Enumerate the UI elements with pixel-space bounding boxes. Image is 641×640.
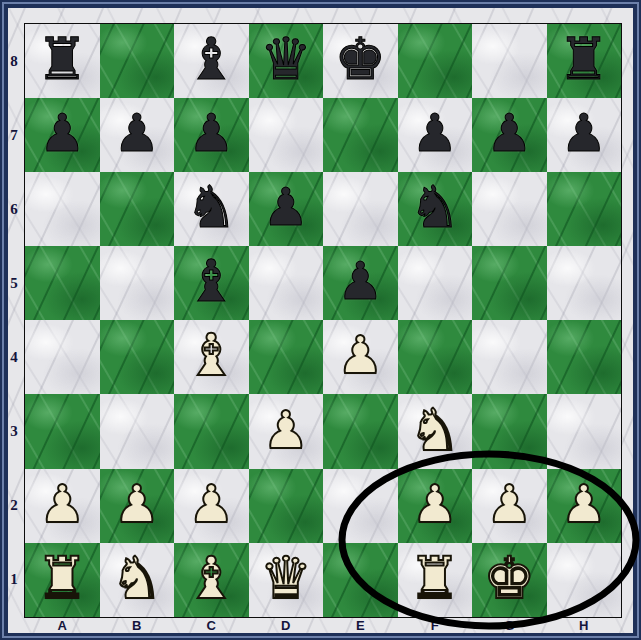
file-label-e: E xyxy=(323,616,398,635)
rank-label-8: 8 xyxy=(5,24,23,98)
square-a1[interactable]: ♜ xyxy=(25,543,100,617)
square-d7[interactable] xyxy=(249,98,324,172)
piece-black-pawn: ♟ xyxy=(188,107,235,159)
square-g4[interactable] xyxy=(472,320,547,394)
piece-black-pawn: ♟ xyxy=(411,107,458,159)
file-label-g: G xyxy=(472,616,547,635)
piece-black-knight: ♞ xyxy=(409,178,461,236)
square-f8[interactable] xyxy=(398,24,473,98)
square-h8[interactable]: ♜ xyxy=(547,24,622,98)
chess-board: ♜♝♛♚♜♟♟♟♟♟♟♞♟♞♝♟♝♟♟♞♟♟♟♟♟♟♜♞♝♛♜♚ xyxy=(24,23,622,618)
square-a8[interactable]: ♜ xyxy=(25,24,100,98)
piece-white-bishop: ♝ xyxy=(185,549,237,607)
square-e1[interactable] xyxy=(323,543,398,617)
piece-white-pawn: ♟ xyxy=(113,478,160,530)
file-label-b: B xyxy=(100,616,175,635)
piece-black-pawn: ♟ xyxy=(337,255,384,307)
rank-label-2: 2 xyxy=(5,469,23,543)
piece-black-bishop: ♝ xyxy=(185,30,237,88)
piece-black-knight: ♞ xyxy=(185,178,237,236)
square-f7[interactable]: ♟ xyxy=(398,98,473,172)
rank-label-6: 6 xyxy=(5,172,23,246)
square-c5[interactable]: ♝ xyxy=(174,246,249,320)
square-d4[interactable] xyxy=(249,320,324,394)
piece-black-bishop: ♝ xyxy=(185,252,237,310)
piece-white-king: ♚ xyxy=(483,549,535,607)
square-h5[interactable] xyxy=(547,246,622,320)
square-g1[interactable]: ♚ xyxy=(472,543,547,617)
rank-label-1: 1 xyxy=(5,543,23,617)
square-c1[interactable]: ♝ xyxy=(174,543,249,617)
file-label-a: A xyxy=(25,616,100,635)
square-a7[interactable]: ♟ xyxy=(25,98,100,172)
piece-black-pawn: ♟ xyxy=(39,107,86,159)
square-b5[interactable] xyxy=(100,246,175,320)
file-labels: ABCDEFGH xyxy=(25,616,621,635)
piece-white-pawn: ♟ xyxy=(262,404,309,456)
square-e6[interactable] xyxy=(323,172,398,246)
piece-white-pawn: ♟ xyxy=(188,478,235,530)
square-e5[interactable]: ♟ xyxy=(323,246,398,320)
rank-label-5: 5 xyxy=(5,246,23,320)
square-g8[interactable] xyxy=(472,24,547,98)
square-c6[interactable]: ♞ xyxy=(174,172,249,246)
square-e2[interactable] xyxy=(323,469,398,543)
square-c7[interactable]: ♟ xyxy=(174,98,249,172)
file-label-f: F xyxy=(398,616,473,635)
piece-white-rook: ♜ xyxy=(36,549,88,607)
square-e8[interactable]: ♚ xyxy=(323,24,398,98)
square-f1[interactable]: ♜ xyxy=(398,543,473,617)
square-g5[interactable] xyxy=(472,246,547,320)
square-e3[interactable] xyxy=(323,394,398,468)
square-b7[interactable]: ♟ xyxy=(100,98,175,172)
square-f2[interactable]: ♟ xyxy=(398,469,473,543)
square-e7[interactable] xyxy=(323,98,398,172)
chess-app-window: 87654321 ♜♝♛♚♜♟♟♟♟♟♟♞♟♞♝♟♝♟♟♞♟♟♟♟♟♟♜♞♝♛♜… xyxy=(0,0,641,640)
square-g2[interactable]: ♟ xyxy=(472,469,547,543)
piece-white-knight: ♞ xyxy=(409,401,461,459)
square-c8[interactable]: ♝ xyxy=(174,24,249,98)
piece-white-pawn: ♟ xyxy=(337,329,384,381)
rank-label-4: 4 xyxy=(5,321,23,395)
square-c4[interactable]: ♝ xyxy=(174,320,249,394)
square-d1[interactable]: ♛ xyxy=(249,543,324,617)
square-g3[interactable] xyxy=(472,394,547,468)
square-h3[interactable] xyxy=(547,394,622,468)
piece-white-bishop: ♝ xyxy=(185,326,237,384)
piece-black-rook: ♜ xyxy=(558,30,610,88)
square-c2[interactable]: ♟ xyxy=(174,469,249,543)
square-g7[interactable]: ♟ xyxy=(472,98,547,172)
square-d2[interactable] xyxy=(249,469,324,543)
square-f4[interactable] xyxy=(398,320,473,394)
square-b2[interactable]: ♟ xyxy=(100,469,175,543)
piece-black-queen: ♛ xyxy=(260,30,312,88)
rank-label-7: 7 xyxy=(5,98,23,172)
rank-labels: 87654321 xyxy=(5,24,23,617)
square-b3[interactable] xyxy=(100,394,175,468)
square-c3[interactable] xyxy=(174,394,249,468)
square-h2[interactable]: ♟ xyxy=(547,469,622,543)
square-f5[interactable] xyxy=(398,246,473,320)
square-b4[interactable] xyxy=(100,320,175,394)
piece-white-pawn: ♟ xyxy=(39,478,86,530)
file-label-d: D xyxy=(249,616,324,635)
piece-black-pawn: ♟ xyxy=(486,107,533,159)
rank-label-3: 3 xyxy=(5,395,23,469)
piece-white-pawn: ♟ xyxy=(486,478,533,530)
square-d5[interactable] xyxy=(249,246,324,320)
piece-black-rook: ♜ xyxy=(36,30,88,88)
square-b1[interactable]: ♞ xyxy=(100,543,175,617)
square-a2[interactable]: ♟ xyxy=(25,469,100,543)
file-label-c: C xyxy=(174,616,249,635)
file-label-h: H xyxy=(547,616,622,635)
piece-black-pawn: ♟ xyxy=(262,181,309,233)
square-a4[interactable] xyxy=(25,320,100,394)
piece-white-pawn: ♟ xyxy=(411,478,458,530)
piece-white-rook: ♜ xyxy=(409,549,461,607)
piece-white-knight: ♞ xyxy=(111,549,163,607)
square-h1[interactable] xyxy=(547,543,622,617)
square-d8[interactable]: ♛ xyxy=(249,24,324,98)
square-a5[interactable] xyxy=(25,246,100,320)
piece-white-queen: ♛ xyxy=(260,549,312,607)
square-a3[interactable] xyxy=(25,394,100,468)
piece-black-pawn: ♟ xyxy=(560,107,607,159)
square-e4[interactable]: ♟ xyxy=(323,320,398,394)
square-d3[interactable]: ♟ xyxy=(249,394,324,468)
square-h7[interactable]: ♟ xyxy=(547,98,622,172)
square-h4[interactable] xyxy=(547,320,622,394)
square-h6[interactable] xyxy=(547,172,622,246)
piece-white-pawn: ♟ xyxy=(560,478,607,530)
piece-black-king: ♚ xyxy=(334,30,386,88)
square-b8[interactable] xyxy=(100,24,175,98)
square-f6[interactable]: ♞ xyxy=(398,172,473,246)
square-g6[interactable] xyxy=(472,172,547,246)
square-b6[interactable] xyxy=(100,172,175,246)
square-a6[interactable] xyxy=(25,172,100,246)
square-f3[interactable]: ♞ xyxy=(398,394,473,468)
piece-black-pawn: ♟ xyxy=(113,107,160,159)
square-d6[interactable]: ♟ xyxy=(249,172,324,246)
